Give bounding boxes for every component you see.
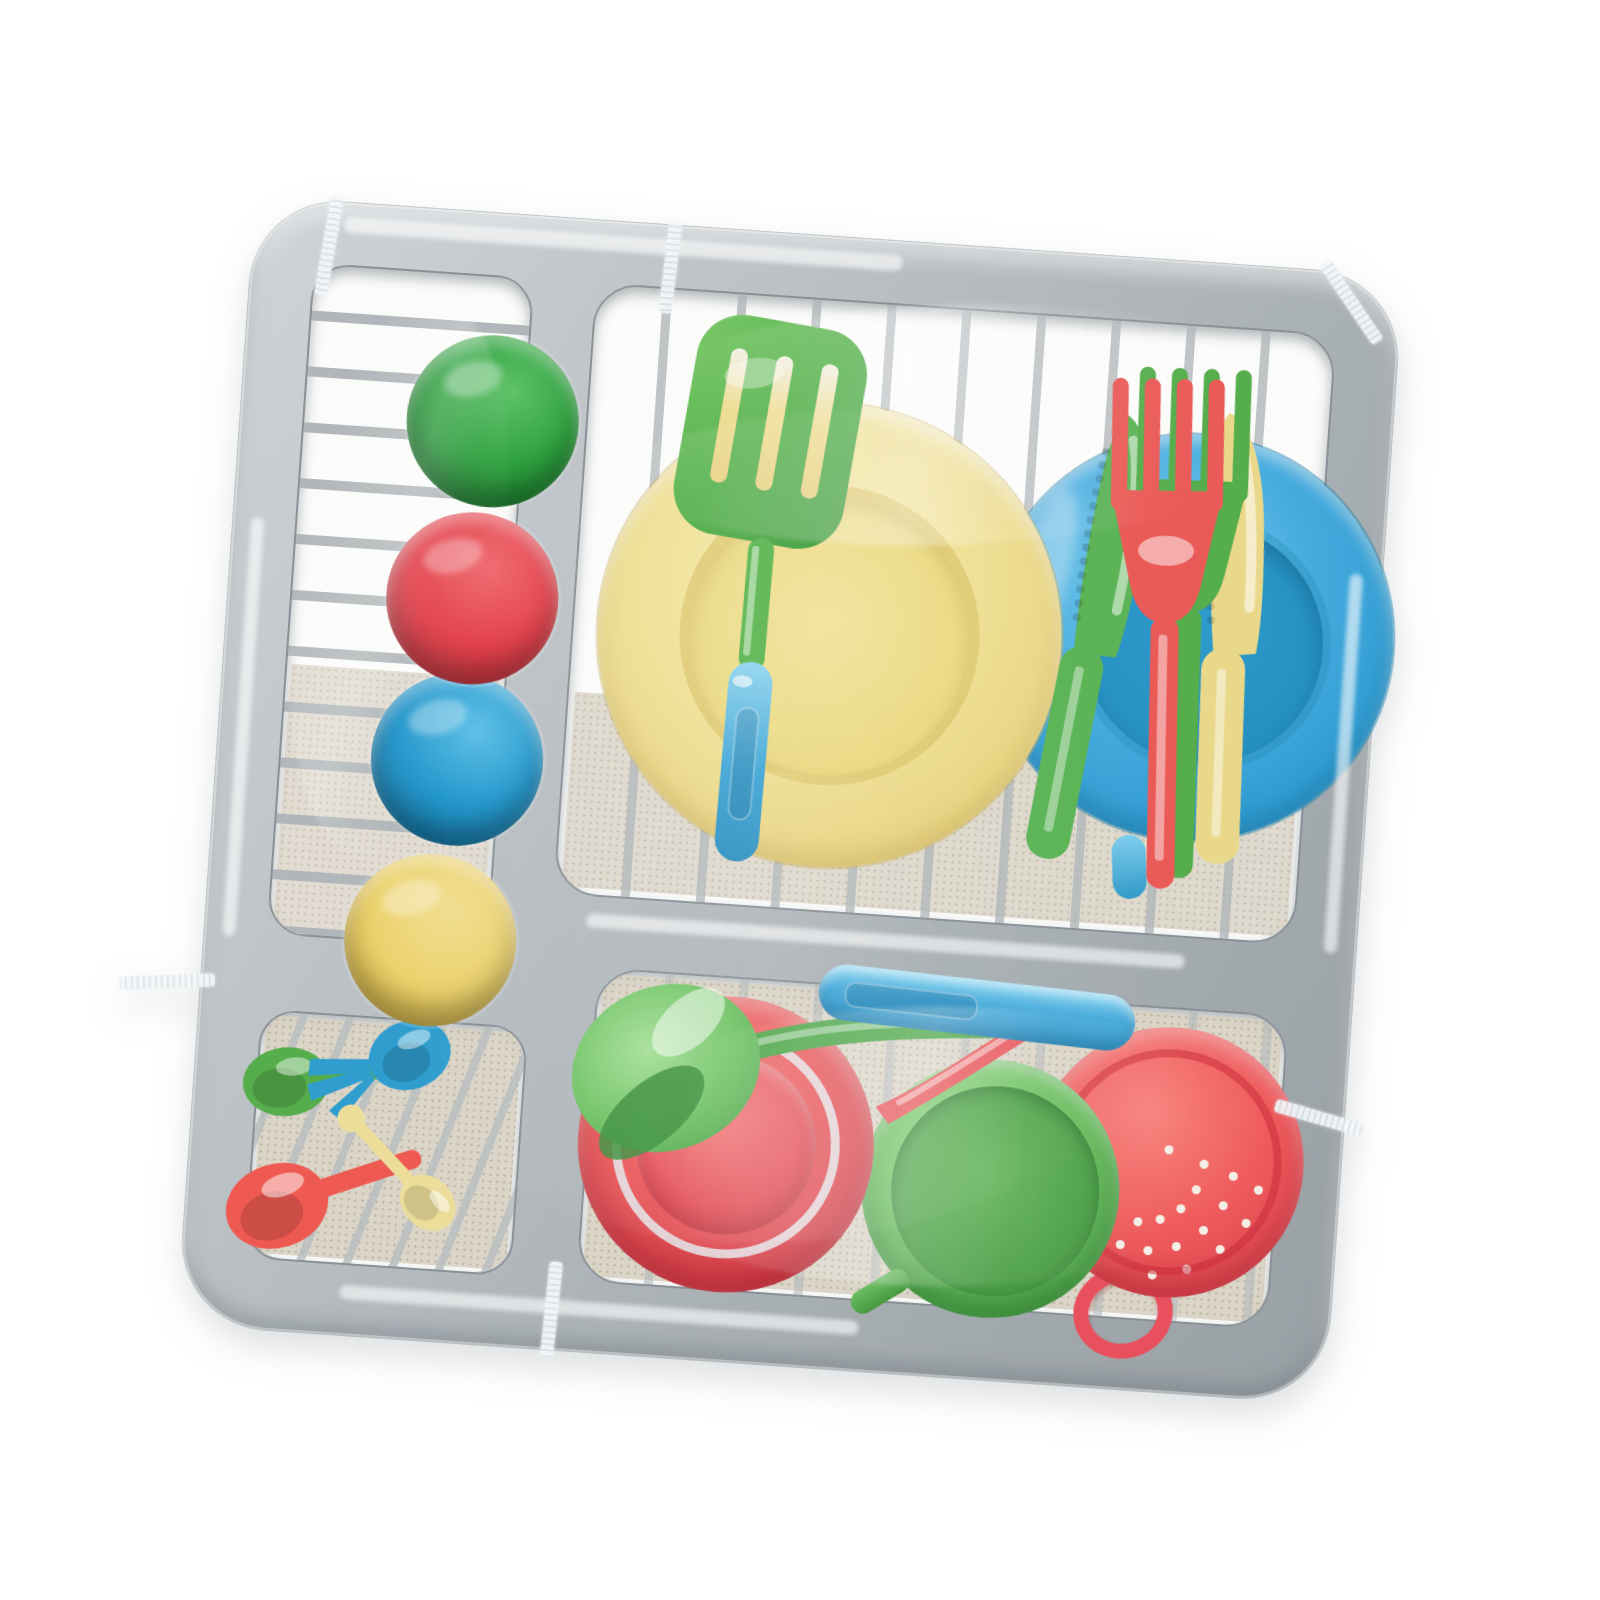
wrap-glare — [378, 874, 444, 922]
cable-tie — [120, 973, 215, 989]
wrap-glare — [440, 355, 506, 403]
colander-holes — [1164, 1145, 1174, 1155]
rail-highlight — [222, 517, 264, 937]
plates-compartment — [553, 282, 1337, 945]
product-photo-stage — [0, 0, 1600, 1600]
cups-compartment — [266, 262, 534, 949]
spoons-compartment — [244, 1009, 529, 1277]
wrap-glare — [405, 693, 471, 741]
cookware-compartment — [576, 967, 1289, 1330]
dish-drainer-tray — [177, 196, 1403, 1403]
rail-highlight — [344, 217, 904, 272]
wrap-glare — [420, 532, 486, 580]
cable-tie — [1320, 259, 1384, 345]
fork-red — [1098, 372, 1231, 894]
